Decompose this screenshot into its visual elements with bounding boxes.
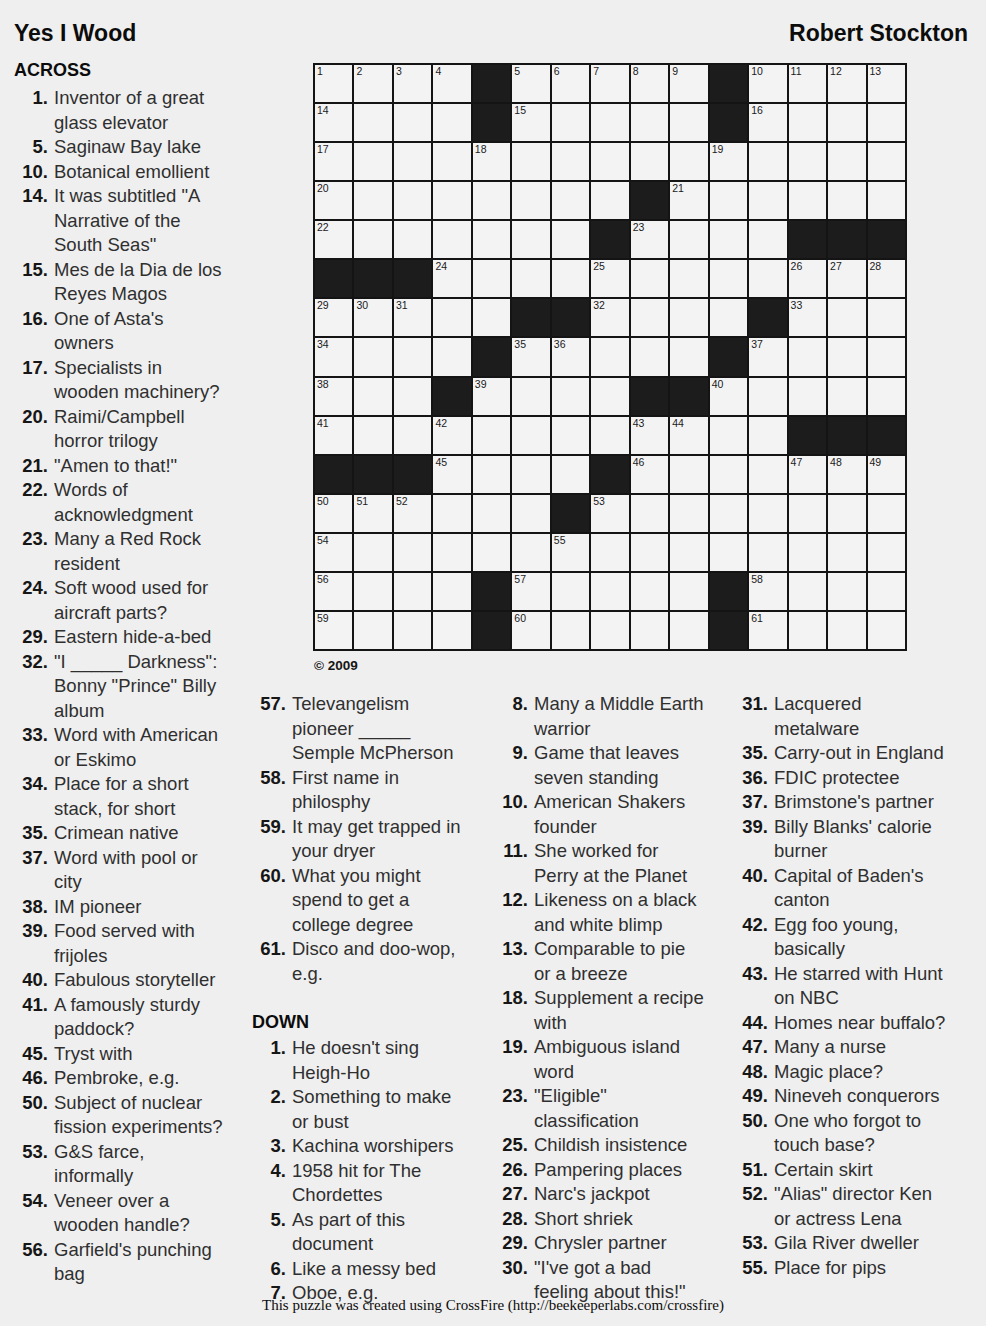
grid-cell[interactable] <box>828 573 865 610</box>
grid-cell[interactable] <box>749 182 786 219</box>
clue-number: 11. <box>490 839 528 888</box>
clue-number: 8. <box>490 692 528 741</box>
grid-cell[interactable] <box>433 299 470 336</box>
clue-text: Specialists in wooden machinery? <box>54 356 226 405</box>
grid-cell[interactable] <box>749 456 786 493</box>
grid-cell[interactable] <box>670 534 707 571</box>
grid-cell[interactable] <box>670 221 707 258</box>
clue-down-35: 35.Carry-out in England <box>730 741 946 766</box>
clue-text: Veneer over a wooden handle? <box>54 1189 226 1238</box>
grid-cell[interactable] <box>473 417 510 454</box>
grid-cell[interactable] <box>552 573 589 610</box>
clue-down-23: 23."Eligible" classification <box>490 1084 706 1133</box>
grid-cell[interactable] <box>631 495 668 532</box>
grid-cell[interactable] <box>552 221 589 258</box>
clue-number: 33. <box>0 723 48 772</box>
grid-cell[interactable] <box>394 104 431 141</box>
grid-cell[interactable]: 20 <box>315 182 352 219</box>
cell-number: 24 <box>435 261 447 272</box>
grid-cell[interactable] <box>354 417 391 454</box>
grid-cell[interactable]: 25 <box>591 260 628 297</box>
grid-cell[interactable] <box>591 573 628 610</box>
clue-across-37: 37.Word with pool or city <box>0 846 226 895</box>
grid-cell[interactable]: 11 <box>789 65 826 102</box>
clue-number: 26. <box>490 1158 528 1183</box>
grid-cell-black <box>394 456 431 493</box>
cell-number: 35 <box>514 339 526 350</box>
grid-cell[interactable] <box>433 338 470 375</box>
grid-cell[interactable] <box>512 378 549 415</box>
grid-cell[interactable]: 5 <box>512 65 549 102</box>
clue-number: 36. <box>730 766 768 791</box>
grid-cell[interactable] <box>354 143 391 180</box>
clue-text: Carry-out in England <box>774 741 946 766</box>
grid-cell[interactable] <box>512 534 549 571</box>
grid-cell[interactable] <box>789 378 826 415</box>
grid-cell[interactable]: 56 <box>315 573 352 610</box>
grid-cell[interactable]: 19 <box>710 143 747 180</box>
clue-number: 12. <box>490 888 528 937</box>
clue-across-22: 22.Words of acknowledgment <box>0 478 226 527</box>
grid-cell[interactable]: 24 <box>433 260 470 297</box>
grid-cell[interactable] <box>868 534 905 571</box>
grid-cell[interactable] <box>552 143 589 180</box>
grid-cell[interactable] <box>631 612 668 649</box>
grid-cell[interactable] <box>354 221 391 258</box>
grid-cell[interactable] <box>394 378 431 415</box>
grid-cell[interactable] <box>710 221 747 258</box>
grid-cell[interactable] <box>354 104 391 141</box>
grid-cell[interactable]: 3 <box>394 65 431 102</box>
clue-text: Magic place? <box>774 1060 946 1085</box>
cell-number: 1 <box>317 66 323 77</box>
grid-cell[interactable] <box>473 299 510 336</box>
grid-cell-black <box>433 378 470 415</box>
grid-cell[interactable]: 39 <box>473 378 510 415</box>
grid-cell[interactable] <box>433 495 470 532</box>
grid-cell[interactable] <box>828 495 865 532</box>
grid-cell[interactable] <box>354 534 391 571</box>
grid-cell[interactable]: 33 <box>789 299 826 336</box>
clues-column-2: 57.Televangelism pioneer _____ Semple Mc… <box>248 692 464 1306</box>
cell-number: 10 <box>751 66 763 77</box>
grid-cell[interactable]: 59 <box>315 612 352 649</box>
cell-number: 51 <box>356 496 368 507</box>
grid-cell[interactable]: 27 <box>828 260 865 297</box>
grid-cell[interactable] <box>670 104 707 141</box>
grid-cell[interactable] <box>631 104 668 141</box>
crossword-grid: 1234567891011121314151617181920212223242… <box>313 63 907 651</box>
clue-text: What you might spend to get a college de… <box>292 864 464 938</box>
clue-text: G&S farce, informally <box>54 1140 226 1189</box>
grid-cell[interactable] <box>552 260 589 297</box>
grid-cell[interactable] <box>789 143 826 180</box>
grid-cell[interactable] <box>512 260 549 297</box>
grid-cell[interactable] <box>591 338 628 375</box>
grid-cell[interactable] <box>552 612 589 649</box>
clue-text: Lacquered metalware <box>774 692 946 741</box>
grid-cell[interactable] <box>828 299 865 336</box>
grid-cell[interactable]: 32 <box>591 299 628 336</box>
grid-cell[interactable] <box>394 417 431 454</box>
grid-cell[interactable]: 52 <box>394 495 431 532</box>
grid-cell[interactable] <box>710 182 747 219</box>
clue-across-35: 35.Crimean native <box>0 821 226 846</box>
clue-down-9: 9.Game that leaves seven standing <box>490 741 706 790</box>
grid-cell[interactable]: 37 <box>749 338 786 375</box>
grid-cell[interactable] <box>631 143 668 180</box>
clue-text: He starred with Hunt on NBC <box>774 962 946 1011</box>
grid-cell[interactable]: 10 <box>749 65 786 102</box>
grid-cell-black <box>394 260 431 297</box>
grid-cell[interactable] <box>631 299 668 336</box>
cell-number: 13 <box>870 66 882 77</box>
grid-cell[interactable]: 23 <box>631 221 668 258</box>
grid-cell[interactable] <box>631 573 668 610</box>
grid-cell[interactable] <box>591 182 628 219</box>
grid-cell[interactable]: 60 <box>512 612 549 649</box>
grid-cell-black <box>828 417 865 454</box>
grid-cell[interactable]: 40 <box>710 378 747 415</box>
grid-cell[interactable]: 18 <box>473 143 510 180</box>
grid-cell[interactable]: 48 <box>828 456 865 493</box>
grid-cell[interactable] <box>591 378 628 415</box>
grid-cell[interactable] <box>710 495 747 532</box>
grid-cell[interactable]: 36 <box>552 338 589 375</box>
grid-cell[interactable] <box>868 338 905 375</box>
grid-cell[interactable] <box>433 573 470 610</box>
grid-cell[interactable]: 31 <box>394 299 431 336</box>
grid-cell[interactable] <box>828 143 865 180</box>
clue-text: Subject of nuclear fission experiments? <box>54 1091 226 1140</box>
down-heading: DOWN <box>252 1012 464 1033</box>
clue-number: 52. <box>730 1182 768 1231</box>
grid-cell[interactable]: 8 <box>631 65 668 102</box>
grid-cell[interactable] <box>749 221 786 258</box>
grid-cell-black <box>710 65 747 102</box>
cell-number: 60 <box>514 613 526 624</box>
grid-cell[interactable] <box>354 182 391 219</box>
puzzle-title: Yes I Wood <box>14 20 136 47</box>
grid-cell[interactable] <box>552 104 589 141</box>
grid-cell[interactable] <box>828 534 865 571</box>
grid-cell[interactable] <box>433 221 470 258</box>
clue-text: Raimi/Campbell horror trilogy <box>54 405 226 454</box>
grid-cell[interactable]: 17 <box>315 143 352 180</box>
clue-text: Inventor of a great glass elevator <box>54 86 226 135</box>
grid-cell-black <box>473 612 510 649</box>
grid-cell[interactable]: 51 <box>354 495 391 532</box>
grid-cell[interactable]: 43 <box>631 417 668 454</box>
clue-across-45: 45.Tryst with <box>0 1042 226 1067</box>
grid-cell[interactable] <box>591 104 628 141</box>
clue-down-36: 36.FDIC protectee <box>730 766 946 791</box>
grid-cell-black <box>868 417 905 454</box>
grid-cell[interactable] <box>868 573 905 610</box>
grid-cell[interactable] <box>512 182 549 219</box>
grid-cell[interactable] <box>394 221 431 258</box>
grid-cell[interactable] <box>710 260 747 297</box>
grid-cell[interactable] <box>394 534 431 571</box>
grid-cell[interactable]: 1 <box>315 65 352 102</box>
clue-number: 24. <box>0 576 48 625</box>
grid-cell[interactable] <box>710 299 747 336</box>
grid-cell[interactable] <box>473 182 510 219</box>
clue-text: Disco and doo-wop, e.g. <box>292 937 464 986</box>
grid-cell[interactable] <box>868 378 905 415</box>
clue-number: 2. <box>248 1085 286 1134</box>
clue-across-59: 59.It may get trapped in your dryer <box>248 815 464 864</box>
grid-cell[interactable] <box>670 299 707 336</box>
grid-cell[interactable]: 29 <box>315 299 352 336</box>
grid-cell[interactable]: 16 <box>749 104 786 141</box>
clue-number: 10. <box>490 790 528 839</box>
grid-cell[interactable] <box>394 338 431 375</box>
clue-across-57: 57.Televangelism pioneer _____ Semple Mc… <box>248 692 464 766</box>
clue-across-10: 10.Botanical emollient <box>0 160 226 185</box>
grid-cell[interactable]: 54 <box>315 534 352 571</box>
clue-down-1: 1.He doesn't sing Heigh-Ho <box>248 1036 464 1085</box>
grid-cell[interactable]: 53 <box>591 495 628 532</box>
cell-number: 14 <box>317 105 329 116</box>
grid-cell[interactable]: 61 <box>749 612 786 649</box>
grid-cell[interactable] <box>789 182 826 219</box>
grid-cell[interactable]: 30 <box>354 299 391 336</box>
cell-number: 28 <box>870 261 882 272</box>
grid-cell[interactable] <box>394 182 431 219</box>
clue-number: 59. <box>248 815 286 864</box>
grid-cell[interactable] <box>670 143 707 180</box>
clue-text: "Amen to that!" <box>54 454 226 479</box>
clue-across-14: 14.It was subtitled "A Narrative of the … <box>0 184 226 258</box>
clue-across-21: 21."Amen to that!" <box>0 454 226 479</box>
clue-number: 46. <box>0 1066 48 1091</box>
grid-cell-black <box>710 104 747 141</box>
cell-number: 59 <box>317 613 329 624</box>
grid-cell[interactable] <box>710 456 747 493</box>
grid-cell[interactable] <box>512 417 549 454</box>
grid-cell-black <box>552 299 589 336</box>
grid-cell[interactable] <box>354 612 391 649</box>
grid-cell[interactable] <box>591 612 628 649</box>
grid-cell[interactable] <box>631 534 668 571</box>
cell-number: 42 <box>435 418 447 429</box>
grid-cell[interactable] <box>789 612 826 649</box>
grid-cell[interactable]: 41 <box>315 417 352 454</box>
cell-number: 41 <box>317 418 329 429</box>
cell-number: 21 <box>672 183 684 194</box>
clue-across-46: 46.Pembroke, e.g. <box>0 1066 226 1091</box>
grid-cell[interactable]: 26 <box>789 260 826 297</box>
down-clues-column-2: 1.He doesn't sing Heigh-Ho2.Something to… <box>248 1036 464 1306</box>
grid-cell[interactable] <box>749 260 786 297</box>
grid-cell[interactable]: 47 <box>789 456 826 493</box>
grid-cell[interactable]: 42 <box>433 417 470 454</box>
grid-cell[interactable] <box>433 182 470 219</box>
clue-across-58: 58.First name in philosphy <box>248 766 464 815</box>
grid-cell[interactable]: 45 <box>433 456 470 493</box>
cell-number: 17 <box>317 144 329 155</box>
clue-down-53: 53.Gila River dweller <box>730 1231 946 1256</box>
cell-number: 45 <box>435 457 447 468</box>
grid-cell-black <box>473 573 510 610</box>
cell-number: 43 <box>633 418 645 429</box>
grid-cell[interactable] <box>433 104 470 141</box>
grid-cell[interactable]: 46 <box>631 456 668 493</box>
grid-cell[interactable] <box>789 495 826 532</box>
grid-cell-black <box>710 338 747 375</box>
grid-cell[interactable]: 21 <box>670 182 707 219</box>
grid-cell[interactable] <box>552 456 589 493</box>
grid-cell[interactable] <box>631 260 668 297</box>
grid-cell[interactable] <box>354 338 391 375</box>
grid-cell[interactable] <box>868 495 905 532</box>
grid-cell[interactable] <box>868 104 905 141</box>
cell-number: 2 <box>356 66 362 77</box>
grid-cell[interactable] <box>828 104 865 141</box>
grid-cell[interactable]: 6 <box>552 65 589 102</box>
grid-cell[interactable] <box>710 417 747 454</box>
grid-cell[interactable]: 35 <box>512 338 549 375</box>
grid-cell[interactable]: 22 <box>315 221 352 258</box>
grid-cell[interactable] <box>789 573 826 610</box>
grid-cell[interactable]: 2 <box>354 65 391 102</box>
grid-cell[interactable]: 44 <box>670 417 707 454</box>
grid-cell[interactable] <box>433 612 470 649</box>
grid-cell[interactable] <box>512 143 549 180</box>
grid-cell[interactable] <box>789 534 826 571</box>
grid-cell[interactable] <box>512 495 549 532</box>
grid-cell-black <box>868 221 905 258</box>
grid-cell[interactable] <box>828 182 865 219</box>
grid-cell[interactable] <box>473 260 510 297</box>
grid-cell[interactable] <box>394 573 431 610</box>
grid-cell[interactable] <box>473 495 510 532</box>
grid-cell[interactable] <box>670 456 707 493</box>
grid-cell[interactable]: 28 <box>868 260 905 297</box>
grid-cell[interactable] <box>868 182 905 219</box>
grid-cell[interactable] <box>749 417 786 454</box>
clue-number: 21. <box>0 454 48 479</box>
clue-down-28: 28.Short shriek <box>490 1207 706 1232</box>
cell-number: 46 <box>633 457 645 468</box>
clue-text: Food served with frijoles <box>54 919 226 968</box>
grid-cell[interactable] <box>591 417 628 454</box>
grid-cell[interactable] <box>354 573 391 610</box>
grid-cell[interactable]: 7 <box>591 65 628 102</box>
clue-text: He doesn't sing Heigh-Ho <box>292 1036 464 1085</box>
grid-cell[interactable] <box>473 456 510 493</box>
grid-cell[interactable] <box>552 417 589 454</box>
grid-cell[interactable]: 58 <box>749 573 786 610</box>
grid-cell[interactable] <box>789 104 826 141</box>
clue-across-50: 50.Subject of nuclear fission experiment… <box>0 1091 226 1140</box>
grid-cell[interactable] <box>749 143 786 180</box>
grid-cell[interactable] <box>828 612 865 649</box>
clue-number: 61. <box>248 937 286 986</box>
grid-cell-black <box>710 612 747 649</box>
grid-cell[interactable] <box>670 338 707 375</box>
grid-cell[interactable] <box>828 378 865 415</box>
grid-cell[interactable]: 14 <box>315 104 352 141</box>
grid-cell[interactable]: 49 <box>868 456 905 493</box>
grid-cell[interactable] <box>828 338 865 375</box>
cell-number: 4 <box>435 66 441 77</box>
clue-number: 3. <box>248 1134 286 1159</box>
clue-number: 18. <box>490 986 528 1035</box>
grid-cell[interactable] <box>749 378 786 415</box>
grid-cell[interactable] <box>868 612 905 649</box>
grid-cell[interactable] <box>552 182 589 219</box>
grid-cell-black <box>670 378 707 415</box>
grid-cell-black <box>473 65 510 102</box>
grid-cell[interactable]: 4 <box>433 65 470 102</box>
grid-cell[interactable] <box>473 534 510 571</box>
cell-number: 58 <box>751 574 763 585</box>
clue-number: 44. <box>730 1011 768 1036</box>
grid-cell[interactable] <box>670 612 707 649</box>
cell-number: 44 <box>672 418 684 429</box>
clue-across-41: 41.A famously sturdy paddock? <box>0 993 226 1042</box>
grid-cell[interactable] <box>670 495 707 532</box>
clue-number: 10. <box>0 160 48 185</box>
grid-cell[interactable] <box>394 612 431 649</box>
clue-text: Capital of Baden's canton <box>774 864 946 913</box>
grid-cell[interactable] <box>552 378 589 415</box>
grid-cell[interactable]: 13 <box>868 65 905 102</box>
clue-down-19: 19.Ambiguous island word <box>490 1035 706 1084</box>
grid-cell[interactable]: 9 <box>670 65 707 102</box>
cell-number: 3 <box>396 66 402 77</box>
grid-cell[interactable]: 57 <box>512 573 549 610</box>
grid-cell[interactable] <box>670 573 707 610</box>
clue-down-43: 43.He starred with Hunt on NBC <box>730 962 946 1011</box>
grid-cell[interactable] <box>789 338 826 375</box>
grid-cell[interactable] <box>710 534 747 571</box>
clue-text: Supplement a recipe with <box>534 986 706 1035</box>
grid-cell[interactable] <box>433 534 470 571</box>
cell-number: 25 <box>593 261 605 272</box>
grid-cell[interactable]: 12 <box>828 65 865 102</box>
grid-cell-black <box>315 260 352 297</box>
grid-cell[interactable]: 38 <box>315 378 352 415</box>
grid-cell[interactable] <box>394 143 431 180</box>
grid-cell[interactable] <box>512 456 549 493</box>
grid-cell[interactable] <box>868 143 905 180</box>
clue-text: 1958 hit for The Chordettes <box>292 1159 464 1208</box>
grid-cell[interactable] <box>749 534 786 571</box>
clue-number: 60. <box>248 864 286 938</box>
grid-cell[interactable] <box>433 143 470 180</box>
grid-cell[interactable] <box>591 534 628 571</box>
grid-cell[interactable] <box>749 495 786 532</box>
grid-cell[interactable]: 50 <box>315 495 352 532</box>
clue-text: Televangelism pioneer _____ Semple McPhe… <box>292 692 464 766</box>
grid-cell[interactable]: 34 <box>315 338 352 375</box>
grid-cell[interactable] <box>591 143 628 180</box>
clue-number: 53. <box>0 1140 48 1189</box>
grid-cell[interactable] <box>354 378 391 415</box>
cell-number: 7 <box>593 66 599 77</box>
grid-cell[interactable]: 15 <box>512 104 549 141</box>
grid-cell[interactable] <box>512 221 549 258</box>
grid-cell[interactable] <box>670 260 707 297</box>
clue-text: Brimstone's partner <box>774 790 946 815</box>
grid-cell[interactable] <box>868 299 905 336</box>
grid-cell[interactable]: 55 <box>552 534 589 571</box>
grid-cell[interactable] <box>631 338 668 375</box>
grid-cell[interactable] <box>473 221 510 258</box>
